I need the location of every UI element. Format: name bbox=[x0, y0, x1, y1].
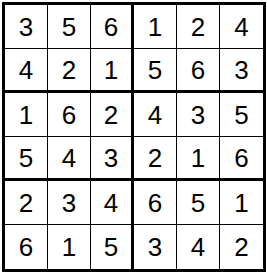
sudoku-cell[interactable]: 3 bbox=[48, 181, 91, 225]
sudoku-cell[interactable]: 6 bbox=[5, 225, 48, 269]
sudoku-board: 356124421563162435543216234651615342 bbox=[2, 2, 266, 272]
sudoku-cell[interactable]: 2 bbox=[220, 225, 263, 269]
sudoku-cell[interactable]: 4 bbox=[91, 181, 134, 225]
sudoku-cell[interactable]: 4 bbox=[48, 137, 91, 181]
sudoku-page: 356124421563162435543216234651615342 bbox=[0, 0, 267, 273]
sudoku-cell[interactable]: 4 bbox=[5, 49, 48, 93]
sudoku-cell[interactable]: 5 bbox=[220, 93, 263, 137]
sudoku-cell[interactable]: 6 bbox=[134, 181, 177, 225]
sudoku-cell[interactable]: 2 bbox=[91, 93, 134, 137]
sudoku-cell[interactable]: 4 bbox=[134, 93, 177, 137]
sudoku-cell[interactable]: 5 bbox=[48, 5, 91, 49]
sudoku-cell[interactable]: 2 bbox=[48, 49, 91, 93]
sudoku-cell[interactable]: 1 bbox=[220, 181, 263, 225]
sudoku-cell[interactable]: 6 bbox=[177, 49, 220, 93]
sudoku-cell[interactable]: 1 bbox=[91, 49, 134, 93]
sudoku-cell[interactable]: 5 bbox=[91, 225, 134, 269]
sudoku-cell[interactable]: 4 bbox=[177, 225, 220, 269]
sudoku-cell[interactable]: 1 bbox=[177, 137, 220, 181]
sudoku-cell[interactable]: 3 bbox=[91, 137, 134, 181]
sudoku-cell[interactable]: 2 bbox=[177, 5, 220, 49]
sudoku-cell[interactable]: 3 bbox=[177, 93, 220, 137]
sudoku-cell[interactable]: 6 bbox=[91, 5, 134, 49]
sudoku-cell[interactable]: 6 bbox=[48, 93, 91, 137]
sudoku-cell[interactable]: 5 bbox=[5, 137, 48, 181]
sudoku-cell[interactable]: 1 bbox=[48, 225, 91, 269]
sudoku-cell[interactable]: 1 bbox=[134, 5, 177, 49]
sudoku-cell[interactable]: 3 bbox=[134, 225, 177, 269]
sudoku-cell[interactable]: 5 bbox=[177, 181, 220, 225]
sudoku-cell[interactable]: 3 bbox=[220, 49, 263, 93]
sudoku-cell[interactable]: 2 bbox=[5, 181, 48, 225]
sudoku-cell[interactable]: 6 bbox=[220, 137, 263, 181]
sudoku-cell[interactable]: 2 bbox=[134, 137, 177, 181]
sudoku-cell[interactable]: 1 bbox=[5, 93, 48, 137]
sudoku-cell[interactable]: 4 bbox=[220, 5, 263, 49]
sudoku-cell[interactable]: 3 bbox=[5, 5, 48, 49]
sudoku-cell[interactable]: 5 bbox=[134, 49, 177, 93]
